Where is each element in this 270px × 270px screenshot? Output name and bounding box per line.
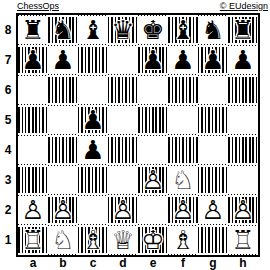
rank-label-7: 7 (0, 45, 16, 75)
square-g1[interactable] (198, 225, 228, 255)
piece-white-pawn: ♟♙ (228, 195, 258, 225)
board: ♜♜♞♞♝♝♛♛♚♚♝♝♞♞♜♜♟♟♟♟♟♟♟♟♟♟♟♟♟♟♟♟♟♙♞♘♟♙♟♙… (16, 13, 260, 257)
piece-black-rook: ♜♜ (228, 15, 258, 45)
piece-black-bishop: ♝♝ (78, 15, 108, 45)
square-a6[interactable] (18, 75, 48, 105)
piece-black-pawn: ♟♟ (78, 135, 108, 165)
square-b1[interactable]: ♞♘ (48, 225, 78, 255)
piece-white-pawn: ♟♙ (138, 165, 168, 195)
square-f3[interactable]: ♞♘ (168, 165, 198, 195)
credit-text: © EUdesign (220, 1, 268, 12)
square-b8[interactable]: ♞♞ (48, 15, 78, 45)
piece-black-pawn: ♟♟ (48, 45, 78, 75)
piece-black-bishop: ♝♝ (168, 15, 198, 45)
rank-label-8: 8 (0, 15, 16, 45)
piece-white-rook: ♜♖ (18, 225, 48, 255)
rank-label-5: 5 (0, 105, 16, 135)
square-g6[interactable] (198, 75, 228, 105)
square-h2[interactable]: ♟♙ (228, 195, 258, 225)
square-c6[interactable] (78, 75, 108, 105)
square-d5[interactable] (108, 105, 138, 135)
square-d4[interactable] (108, 135, 138, 165)
square-c2[interactable] (78, 195, 108, 225)
piece-white-pawn: ♟♙ (18, 195, 48, 225)
square-g7[interactable]: ♟♟ (198, 45, 228, 75)
piece-black-pawn: ♟♟ (78, 105, 108, 135)
square-c3[interactable] (78, 165, 108, 195)
square-h1[interactable]: ♜♖ (228, 225, 258, 255)
piece-white-bishop: ♝♗ (168, 225, 198, 255)
square-c1[interactable]: ♝♗ (78, 225, 108, 255)
rank-label-1: 1 (0, 225, 16, 255)
piece-white-rook: ♜♖ (228, 225, 258, 255)
board-layout: 87654321 ♜♜♞♞♝♝♛♛♚♚♝♝♞♞♜♜♟♟♟♟♟♟♟♟♟♟♟♟♟♟♟… (0, 13, 260, 257)
square-g8[interactable]: ♞♞ (198, 15, 228, 45)
square-e6[interactable] (138, 75, 168, 105)
square-f1[interactable]: ♝♗ (168, 225, 198, 255)
piece-white-knight: ♞♘ (48, 225, 78, 255)
square-c7[interactable] (78, 45, 108, 75)
piece-white-knight: ♞♘ (168, 165, 198, 195)
piece-black-rook: ♜♜ (18, 15, 48, 45)
piece-white-pawn: ♟♙ (168, 195, 198, 225)
square-g4[interactable] (198, 135, 228, 165)
square-f8[interactable]: ♝♝ (168, 15, 198, 45)
square-f6[interactable] (168, 75, 198, 105)
square-e4[interactable] (138, 135, 168, 165)
file-label-e: e (138, 257, 168, 269)
header-bar: ChessOps © EUdesign (17, 1, 268, 12)
square-a8[interactable]: ♜♜ (18, 15, 48, 45)
piece-white-pawn: ♟♙ (48, 195, 78, 225)
file-labels: abcdefgh (16, 257, 260, 269)
square-a2[interactable]: ♟♙ (18, 195, 48, 225)
square-d6[interactable] (108, 75, 138, 105)
square-f2[interactable]: ♟♙ (168, 195, 198, 225)
square-e3[interactable]: ♟♙ (138, 165, 168, 195)
square-b3[interactable] (48, 165, 78, 195)
piece-white-pawn: ♟♙ (198, 195, 228, 225)
chess-diagram-page: ChessOps © EUdesign 87654321 ♜♜♞♞♝♝♛♛♚♚♝… (0, 0, 270, 270)
square-b5[interactable] (48, 105, 78, 135)
piece-black-pawn: ♟♟ (198, 45, 228, 75)
square-h8[interactable]: ♜♜ (228, 15, 258, 45)
square-d1[interactable]: ♛♕ (108, 225, 138, 255)
square-f4[interactable] (168, 135, 198, 165)
file-label-g: g (198, 257, 228, 269)
square-a7[interactable]: ♟♟ (18, 45, 48, 75)
square-g3[interactable] (198, 165, 228, 195)
piece-white-bishop: ♝♗ (78, 225, 108, 255)
piece-black-knight: ♞♞ (48, 15, 78, 45)
square-d7[interactable] (108, 45, 138, 75)
square-g2[interactable]: ♟♙ (198, 195, 228, 225)
file-label-f: f (168, 257, 198, 269)
square-h6[interactable] (228, 75, 258, 105)
rank-label-6: 6 (0, 75, 16, 105)
square-f5[interactable] (168, 105, 198, 135)
rank-labels: 87654321 (0, 15, 16, 257)
square-b4[interactable] (48, 135, 78, 165)
square-e5[interactable] (138, 105, 168, 135)
file-label-c: c (78, 257, 108, 269)
file-label-h: h (228, 257, 258, 269)
square-e1[interactable]: ♚♔ (138, 225, 168, 255)
rank-label-3: 3 (0, 165, 16, 195)
square-h4[interactable] (228, 135, 258, 165)
square-a3[interactable] (18, 165, 48, 195)
square-a5[interactable] (18, 105, 48, 135)
square-a4[interactable] (18, 135, 48, 165)
square-h7[interactable]: ♟♟ (228, 45, 258, 75)
square-e2[interactable] (138, 195, 168, 225)
app-title: ChessOps (17, 1, 59, 12)
piece-black-knight: ♞♞ (198, 15, 228, 45)
square-c4[interactable]: ♟♟ (78, 135, 108, 165)
file-label-d: d (108, 257, 138, 269)
piece-white-king: ♚♔ (138, 225, 168, 255)
square-e8[interactable]: ♚♚ (138, 15, 168, 45)
piece-white-pawn: ♟♙ (108, 195, 138, 225)
square-c8[interactable]: ♝♝ (78, 15, 108, 45)
square-b6[interactable] (48, 75, 78, 105)
square-d2[interactable]: ♟♙ (108, 195, 138, 225)
file-label-a: a (18, 257, 48, 269)
file-label-b: b (48, 257, 78, 269)
square-g5[interactable] (198, 105, 228, 135)
piece-black-king: ♚♚ (138, 15, 168, 45)
square-d8[interactable]: ♛♛ (108, 15, 138, 45)
rank-label-4: 4 (0, 135, 16, 165)
square-a1[interactable]: ♜♖ (18, 225, 48, 255)
square-h3[interactable] (228, 165, 258, 195)
piece-black-queen: ♛♛ (108, 15, 138, 45)
piece-black-pawn: ♟♟ (168, 45, 198, 75)
square-b2[interactable]: ♟♙ (48, 195, 78, 225)
piece-white-queen: ♛♕ (108, 225, 138, 255)
piece-black-pawn: ♟♟ (18, 45, 48, 75)
rank-label-2: 2 (0, 195, 16, 225)
square-e7[interactable]: ♟♟ (138, 45, 168, 75)
square-f7[interactable]: ♟♟ (168, 45, 198, 75)
square-c5[interactable]: ♟♟ (78, 105, 108, 135)
piece-black-pawn: ♟♟ (228, 45, 258, 75)
square-b7[interactable]: ♟♟ (48, 45, 78, 75)
piece-black-pawn: ♟♟ (138, 45, 168, 75)
square-h5[interactable] (228, 105, 258, 135)
square-d3[interactable] (108, 165, 138, 195)
